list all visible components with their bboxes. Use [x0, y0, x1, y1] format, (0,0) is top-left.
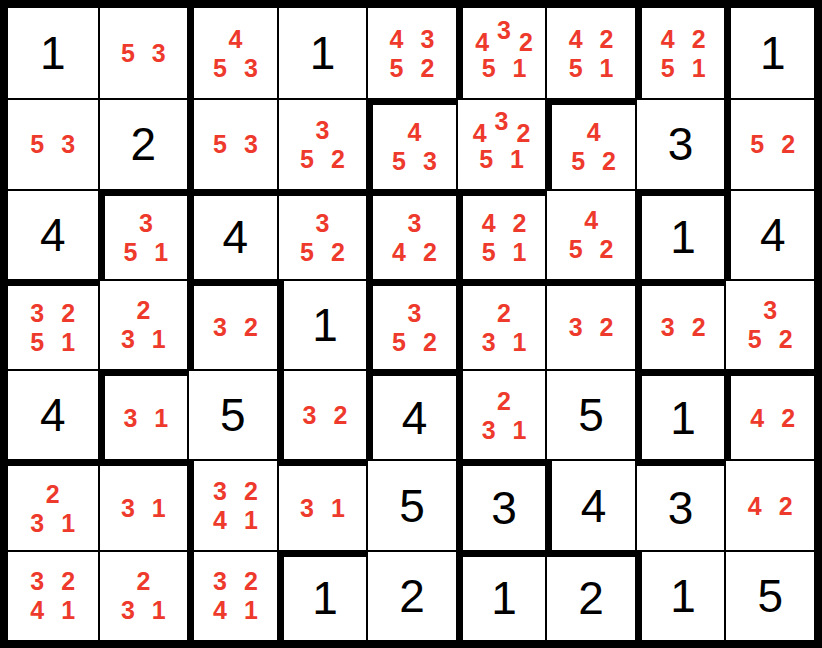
candidate-row: 32 — [194, 314, 277, 340]
cell-r1c3[interactable]: 453 — [187, 8, 277, 98]
cell-r7c5[interactable]: 2 — [366, 550, 456, 640]
candidate-digit: 2 — [423, 329, 437, 355]
candidate-digit: 3 — [763, 297, 777, 323]
given-digit: 4 — [194, 196, 277, 279]
cell-r4c3[interactable]: 32 — [187, 279, 277, 369]
candidate-digit: 1 — [692, 55, 706, 81]
candidate-digits: 53 — [100, 8, 188, 98]
given-digit: 1 — [279, 8, 367, 98]
candidate-digit: 2 — [420, 55, 434, 81]
cell-r6c8[interactable]: 3 — [635, 459, 725, 549]
given-digit: 2 — [100, 100, 188, 188]
given-digit: 5 — [368, 461, 456, 549]
candidate-digits: 352 — [373, 286, 456, 369]
candidate-digit: 1 — [513, 329, 527, 355]
candidate-digit: 3 — [303, 402, 317, 428]
candidate-row: 31 — [8, 510, 98, 536]
candidate-row: 41 — [194, 597, 277, 623]
candidate-row: 2 — [100, 297, 188, 323]
candidate-digit: 5 — [571, 148, 585, 174]
candidate-digit: 2 — [692, 26, 706, 52]
candidate-digit: 3 — [213, 568, 227, 594]
candidate-digit: 4 — [213, 507, 227, 533]
cell-r2c6[interactable]: 43251 — [456, 98, 546, 188]
candidate-digit: 4 — [750, 405, 764, 431]
candidate-digit: 3 — [123, 405, 137, 431]
cell-r5c1[interactable]: 4 — [8, 369, 98, 459]
candidate-digit: 2 — [46, 481, 60, 507]
cell-r5c9[interactable]: 42 — [724, 369, 814, 459]
candidate-digit: 3 — [213, 314, 227, 340]
candidate-digit: 2 — [61, 568, 75, 594]
cell-r5c4[interactable]: 32 — [277, 369, 367, 459]
candidate-row: 53 — [194, 131, 277, 157]
cell-r4c8[interactable]: 32 — [635, 279, 725, 369]
candidate-digit: 1 — [513, 239, 527, 265]
candidate-row: 2 — [8, 481, 98, 507]
candidate-row: 53 — [373, 148, 456, 174]
cell-r3c9[interactable]: 4 — [724, 189, 814, 279]
candidate-digit: 1 — [61, 329, 75, 355]
candidate-row: 32 — [8, 300, 98, 326]
candidate-digit: 2 — [781, 405, 795, 431]
candidate-row: 32 — [8, 568, 98, 594]
candidate-digits: 4251 — [547, 8, 635, 98]
candidate-row: 3 — [279, 210, 367, 236]
cell-r3c8[interactable]: 1 — [635, 189, 725, 279]
candidate-digit: 1 — [513, 417, 527, 443]
candidate-digit: 2 — [333, 402, 347, 428]
candidate-digit: 5 — [748, 326, 762, 352]
cell-r5c7[interactable]: 5 — [545, 369, 635, 459]
candidate-row: 51 — [458, 146, 546, 172]
cell-r3c1[interactable]: 4 — [8, 189, 98, 279]
candidate-digit: 4 — [475, 29, 489, 55]
candidate-digit: 3 — [121, 597, 135, 623]
candidate-row: 53 — [8, 131, 98, 157]
cell-r1c4[interactable]: 1 — [277, 8, 367, 98]
candidate-digit: 4 — [213, 597, 227, 623]
candidate-row: 52 — [552, 148, 635, 174]
candidate-row: 32 — [194, 478, 277, 504]
cell-r1c6[interactable]: 43251 — [456, 8, 546, 98]
candidate-digit: 4 — [661, 26, 675, 52]
candidate-digit: 3 — [315, 210, 329, 236]
candidate-digit: 5 — [569, 236, 583, 262]
candidate-digits: 4352 — [368, 8, 456, 98]
cell-r5c6[interactable]: 231 — [456, 369, 546, 459]
cell-r2c7[interactable]: 452 — [545, 98, 635, 188]
candidate-digit: 4 — [748, 493, 762, 519]
candidate-digits: 453 — [194, 8, 277, 98]
candidate-digit: 1 — [152, 597, 166, 623]
candidate-digits: 31 — [105, 376, 188, 459]
given-digit: 4 — [8, 371, 98, 459]
candidate-digits: 31 — [100, 466, 188, 549]
candidate-digit: 3 — [61, 131, 75, 157]
cell-r7c7[interactable]: 2 — [545, 550, 635, 640]
given-digit: 5 — [189, 371, 277, 459]
given-digit: 2 — [368, 552, 456, 640]
cell-r3c7[interactable]: 452 — [545, 189, 635, 279]
given-digit: 1 — [642, 196, 725, 279]
candidate-row: 4 — [373, 119, 456, 145]
cell-r3c2[interactable]: 351 — [98, 189, 188, 279]
candidate-digit: 1 — [510, 146, 524, 172]
candidate-digit: 5 — [661, 55, 675, 81]
candidate-digit: 5 — [300, 146, 314, 172]
cell-r6c4[interactable]: 31 — [277, 459, 367, 549]
candidate-digits: 52 — [731, 100, 814, 188]
candidate-digits: 231 — [463, 371, 546, 459]
given-digit: 1 — [642, 376, 725, 459]
candidate-digits: 231 — [100, 281, 188, 369]
cell-r2c5[interactable]: 453 — [366, 98, 456, 188]
cell-r2c2[interactable]: 2 — [98, 98, 188, 188]
candidate-digit: 4 — [30, 597, 44, 623]
candidate-digit: 2 — [244, 478, 258, 504]
given-digit: 2 — [547, 557, 635, 640]
candidate-digit: 2 — [513, 210, 527, 236]
candidate-digits: 3241 — [194, 461, 277, 549]
cell-r1c1[interactable]: 1 — [8, 8, 98, 98]
candidate-row: 42 — [642, 26, 725, 52]
candidate-digit: 4 — [408, 119, 422, 145]
candidate-digit: 2 — [519, 29, 533, 55]
given-digit: 1 — [463, 557, 546, 640]
given-digit: 4 — [8, 191, 98, 279]
candidate-digit: 5 — [569, 55, 583, 81]
candidate-row: 432 — [458, 117, 546, 143]
cell-r3c4[interactable]: 352 — [277, 189, 367, 279]
given-digit: 4 — [552, 461, 635, 549]
candidate-digits: 31 — [279, 466, 367, 549]
cell-r1c9[interactable]: 1 — [724, 8, 814, 98]
candidate-digits: 352 — [279, 100, 367, 188]
cell-r4c2[interactable]: 231 — [98, 279, 188, 369]
candidate-row: 51 — [463, 239, 546, 265]
candidate-digit: 2 — [602, 148, 616, 174]
candidate-digit: 1 — [152, 326, 166, 352]
candidate-digit: 2 — [61, 300, 75, 326]
cell-r3c5[interactable]: 342 — [366, 189, 456, 279]
candidate-digit: 2 — [244, 568, 258, 594]
candidate-digits: 4251 — [463, 196, 546, 279]
candidate-digits: 352 — [726, 281, 814, 369]
candidate-row: 53 — [194, 55, 277, 81]
candidate-digits: 42 — [726, 461, 814, 549]
given-digit: 5 — [726, 552, 814, 640]
candidate-digit: 5 — [123, 239, 137, 265]
candidate-row: 31 — [463, 417, 546, 443]
candidate-row: 52 — [279, 146, 367, 172]
candidate-digit: 4 — [569, 26, 583, 52]
candidate-digit: 3 — [300, 495, 314, 521]
cell-r7c4[interactable]: 1 — [277, 550, 367, 640]
candidate-row: 32 — [284, 402, 367, 428]
candidate-digit: 5 — [482, 55, 496, 81]
candidate-digits: 231 — [463, 286, 546, 369]
cell-r6c3[interactable]: 3241 — [187, 459, 277, 549]
candidate-digit: 3 — [569, 314, 583, 340]
cell-r1c2[interactable]: 53 — [98, 8, 188, 98]
candidate-row: 42 — [726, 493, 814, 519]
candidate-row: 52 — [547, 236, 635, 262]
cell-r6c7[interactable]: 4 — [545, 459, 635, 549]
candidate-digit: 1 — [61, 597, 75, 623]
cell-r1c5[interactable]: 4352 — [366, 8, 456, 98]
candidate-digit: 2 — [600, 314, 614, 340]
candidate-digit: 5 — [213, 55, 227, 81]
given-digit: 1 — [284, 557, 367, 640]
candidate-digit: 2 — [136, 568, 150, 594]
candidate-digit: 1 — [513, 55, 527, 81]
candidate-digit: 2 — [692, 314, 706, 340]
candidate-digit: 4 — [482, 210, 496, 236]
candidate-row: 31 — [463, 329, 546, 355]
candidate-row: 52 — [731, 131, 814, 157]
candidate-digit: 2 — [779, 326, 793, 352]
candidate-row: 32 — [547, 314, 635, 340]
candidate-digit: 2 — [600, 236, 614, 262]
candidate-digit: 4 — [587, 119, 601, 145]
cell-r3c6[interactable]: 4251 — [456, 189, 546, 279]
cell-r6c1[interactable]: 231 — [8, 459, 98, 549]
candidate-digit: 3 — [121, 495, 135, 521]
candidate-digit: 3 — [139, 210, 153, 236]
candidate-row: 3 — [105, 210, 188, 236]
candidate-digit: 4 — [584, 207, 598, 233]
candidate-digits: 32 — [194, 286, 277, 369]
candidate-row: 42 — [463, 210, 546, 236]
candidate-digit: 4 — [392, 239, 406, 265]
given-digit: 3 — [637, 100, 725, 188]
cell-r5c5[interactable]: 4 — [366, 369, 456, 459]
candidate-digit: 5 — [482, 239, 496, 265]
candidate-row: 41 — [194, 507, 277, 533]
candidate-row: 3 — [726, 297, 814, 323]
candidate-digits: 3251 — [8, 286, 98, 369]
cell-r1c8[interactable]: 4251 — [635, 8, 725, 98]
candidate-digits: 32 — [642, 286, 725, 369]
candidate-row: 2 — [100, 568, 188, 594]
candidate-digit: 1 — [244, 597, 258, 623]
candidate-digits: 452 — [552, 105, 635, 188]
candidate-row: 3 — [279, 117, 367, 143]
candidate-digits: 3241 — [194, 552, 277, 640]
cell-r6c6[interactable]: 3 — [456, 459, 546, 549]
candidate-digit: 1 — [244, 507, 258, 533]
cell-r6c5[interactable]: 5 — [366, 459, 456, 549]
candidate-digits: 342 — [373, 196, 456, 279]
candidate-digit: 2 — [779, 493, 793, 519]
cell-r6c2[interactable]: 31 — [98, 459, 188, 549]
candidate-row: 31 — [105, 405, 188, 431]
candidate-row: 52 — [368, 55, 456, 81]
candidate-row: 42 — [373, 239, 456, 265]
candidate-row: 52 — [726, 326, 814, 352]
candidate-digits: 43251 — [463, 8, 546, 98]
cell-r4c4[interactable]: 1 — [277, 279, 367, 369]
candidate-digit: 1 — [152, 495, 166, 521]
cell-r7c1[interactable]: 3241 — [8, 550, 98, 640]
candidate-digit: 2 — [497, 388, 511, 414]
candidate-digit: 1 — [600, 55, 614, 81]
candidate-row: 32 — [194, 568, 277, 594]
candidate-digits: 32 — [284, 371, 367, 459]
cell-r5c2[interactable]: 31 — [98, 369, 188, 459]
cell-r2c8[interactable]: 3 — [635, 98, 725, 188]
candidate-row: 2 — [463, 300, 546, 326]
candidate-row: 3 — [373, 210, 456, 236]
cell-r2c4[interactable]: 352 — [277, 98, 367, 188]
candidate-digit: 3 — [420, 26, 434, 52]
cell-r7c2[interactable]: 231 — [98, 550, 188, 640]
candidate-digit: 3 — [497, 17, 511, 43]
candidate-row: 4 — [194, 26, 277, 52]
candidate-digit: 3 — [482, 329, 496, 355]
candidate-row: 4 — [552, 119, 635, 145]
candidate-digits: 351 — [105, 196, 188, 279]
candidate-row: 51 — [463, 55, 546, 81]
given-digit: 1 — [8, 8, 98, 98]
cell-r7c9[interactable]: 5 — [724, 550, 814, 640]
candidate-row: 42 — [547, 26, 635, 52]
candidate-row: 2 — [463, 388, 546, 414]
candidate-row: 52 — [279, 239, 367, 265]
cell-r5c3[interactable]: 5 — [187, 369, 277, 459]
candidate-row: 31 — [100, 597, 188, 623]
candidate-row: 432 — [463, 26, 546, 52]
given-digit: 1 — [642, 552, 725, 640]
candidate-digits: 4251 — [642, 8, 725, 98]
candidate-digits: 53 — [8, 100, 98, 188]
candidate-digit: 2 — [331, 146, 345, 172]
cell-r6c9[interactable]: 42 — [724, 459, 814, 549]
candidate-digits: 231 — [100, 552, 188, 640]
candidate-digit: 3 — [121, 326, 135, 352]
candidate-digit: 2 — [600, 26, 614, 52]
candidate-digit: 3 — [244, 131, 258, 157]
candidate-digit: 3 — [30, 568, 44, 594]
candidate-digit: 5 — [30, 329, 44, 355]
given-digit: 4 — [731, 191, 814, 279]
candidate-digit: 5 — [479, 146, 493, 172]
candidate-row: 52 — [373, 329, 456, 355]
candidate-digit: 4 — [228, 26, 242, 52]
candidate-digits: 3241 — [8, 552, 98, 640]
candidate-digit: 2 — [517, 120, 531, 146]
given-digit: 3 — [637, 466, 725, 549]
candidate-row: 53 — [100, 40, 188, 66]
candidate-digit: 3 — [30, 300, 44, 326]
candidate-digit: 1 — [154, 239, 168, 265]
candidate-digit: 3 — [482, 417, 496, 443]
candidate-digit: 5 — [300, 239, 314, 265]
candidate-row: 31 — [279, 495, 367, 521]
cell-r4c9[interactable]: 352 — [724, 279, 814, 369]
candidate-digit: 3 — [661, 314, 675, 340]
cell-r2c3[interactable]: 53 — [187, 98, 277, 188]
candidate-digit: 2 — [244, 314, 258, 340]
cell-r4c7[interactable]: 32 — [545, 279, 635, 369]
given-digit: 1 — [284, 281, 367, 369]
given-digit: 1 — [731, 8, 814, 98]
candidate-digit: 2 — [497, 300, 511, 326]
candidate-digits: 32 — [547, 286, 635, 369]
cell-r4c1[interactable]: 3251 — [8, 279, 98, 369]
puzzle-board: 1534531435243251425142511532533524534325… — [0, 0, 822, 648]
candidate-digits: 43251 — [458, 100, 546, 188]
candidate-digit: 2 — [331, 239, 345, 265]
cell-r7c8[interactable]: 1 — [635, 550, 725, 640]
given-digit: 5 — [547, 371, 635, 459]
candidate-digits: 352 — [279, 196, 367, 279]
candidate-digit: 5 — [213, 131, 227, 157]
candidate-digit: 3 — [423, 148, 437, 174]
candidate-digit: 1 — [331, 495, 345, 521]
candidate-digits: 453 — [373, 105, 456, 188]
candidate-digit: 5 — [750, 131, 764, 157]
cell-r5c8[interactable]: 1 — [635, 369, 725, 459]
cell-r2c1[interactable]: 53 — [8, 98, 98, 188]
candidate-digit: 3 — [244, 55, 258, 81]
candidate-digit: 1 — [154, 405, 168, 431]
candidate-row: 32 — [642, 314, 725, 340]
candidate-digit: 4 — [473, 120, 487, 146]
cell-r4c6[interactable]: 231 — [456, 279, 546, 369]
candidate-digits: 53 — [194, 100, 277, 188]
candidate-digits: 231 — [8, 466, 98, 549]
candidate-digit: 3 — [408, 300, 422, 326]
candidate-digit: 5 — [392, 329, 406, 355]
cell-r2c9[interactable]: 52 — [724, 98, 814, 188]
candidate-digit: 2 — [781, 131, 795, 157]
candidate-digit: 5 — [390, 55, 404, 81]
candidate-row: 51 — [8, 329, 98, 355]
candidate-digits: 452 — [547, 191, 635, 279]
given-digit: 3 — [463, 466, 546, 549]
candidate-digit: 5 — [121, 40, 135, 66]
candidate-digit: 3 — [152, 40, 166, 66]
given-digit: 4 — [373, 376, 456, 459]
candidate-digit: 5 — [30, 131, 44, 157]
candidate-row: 51 — [642, 55, 725, 81]
cell-r7c3[interactable]: 3241 — [187, 550, 277, 640]
candidate-digit: 3 — [315, 117, 329, 143]
cell-r1c7[interactable]: 4251 — [545, 8, 635, 98]
candidate-row: 3 — [373, 300, 456, 326]
candidate-digit: 5 — [392, 148, 406, 174]
candidate-digit: 2 — [423, 239, 437, 265]
candidate-row: 41 — [8, 597, 98, 623]
candidate-row: 42 — [731, 405, 814, 431]
cell-r4c5[interactable]: 352 — [366, 279, 456, 369]
cell-r3c3[interactable]: 4 — [187, 189, 277, 279]
candidate-digit: 3 — [495, 108, 509, 134]
candidate-digit: 3 — [408, 210, 422, 236]
candidate-row: 51 — [105, 239, 188, 265]
candidate-digit: 4 — [390, 26, 404, 52]
candidate-row: 4 — [547, 207, 635, 233]
candidate-row: 51 — [547, 55, 635, 81]
candidate-digits: 42 — [731, 376, 814, 459]
candidate-digit: 2 — [136, 297, 150, 323]
candidate-digit: 3 — [30, 510, 44, 536]
candidate-digit: 1 — [61, 510, 75, 536]
candidate-row: 43 — [368, 26, 456, 52]
cell-r7c6[interactable]: 1 — [456, 550, 546, 640]
